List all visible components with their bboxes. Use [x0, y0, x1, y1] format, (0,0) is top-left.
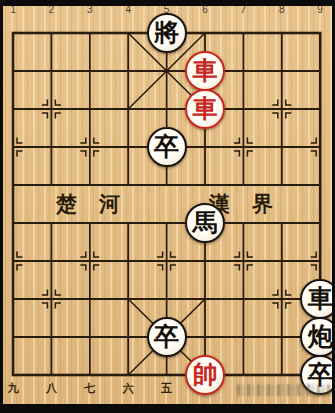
piece-glyph: 卒 [154, 134, 179, 159]
piece-glyph: 炮 [308, 324, 333, 349]
piece-black-general[interactable]: 將 [147, 13, 187, 53]
frame-edge-bottom [0, 404, 335, 413]
piece-black-horse[interactable]: 馬 [185, 203, 225, 243]
piece-glyph: 卒 [308, 362, 333, 387]
piece-black-soldier[interactable]: 卒 [147, 127, 187, 167]
piece-red-chariot[interactable]: 車 [185, 89, 225, 129]
frame-edge-left [0, 0, 3, 413]
piece-glyph: 車 [192, 58, 217, 83]
piece-red-general[interactable]: 帥 [185, 355, 225, 395]
piece-glyph: 卒 [154, 324, 179, 349]
piece-glyph: 將 [154, 20, 179, 45]
piece-black-soldier[interactable]: 卒 [147, 317, 187, 357]
frame-edge-top [0, 0, 335, 6]
xiangqi-board-root: 楚河 漢界 123456789 九八七六五四 將車車卒馬車卒炮帥卒 [0, 0, 335, 413]
piece-glyph: 馬 [192, 210, 217, 235]
watermark [237, 384, 330, 396]
piece-glyph: 車 [308, 286, 333, 311]
piece-glyph: 車 [192, 96, 217, 121]
piece-black-chariot[interactable]: 車 [300, 279, 335, 319]
piece-red-chariot[interactable]: 車 [185, 51, 225, 91]
piece-glyph: 帥 [192, 362, 217, 387]
piece-black-cannon[interactable]: 炮 [300, 317, 335, 357]
board-grid: 將車車卒馬車卒炮帥卒 [0, 14, 335, 394]
